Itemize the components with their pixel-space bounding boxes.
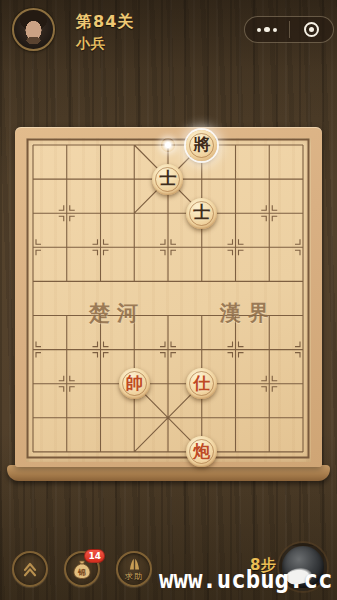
piece-char: 將: [193, 136, 210, 153]
more-button[interactable]: [245, 17, 289, 42]
level-title: 第84关: [76, 12, 134, 33]
piece-black-general[interactable]: 將: [186, 130, 217, 161]
piece-char: 士: [159, 170, 176, 187]
watermark: www.ucbug.cc: [159, 566, 332, 594]
piece-black-advisor[interactable]: 士: [186, 198, 217, 229]
wechat-capsule: [244, 16, 334, 43]
piece-char: 帥: [126, 375, 143, 392]
piece-red-cannon[interactable]: 炮: [186, 436, 217, 467]
close-minip-button[interactable]: [290, 17, 334, 42]
piece-char: 仕: [193, 375, 210, 392]
piece-char: 炮: [193, 443, 210, 460]
piece-red-advisor[interactable]: 仕: [186, 368, 217, 399]
move-origin-sparkle: [161, 138, 175, 152]
ask-help-button[interactable]: 求助: [116, 551, 152, 587]
collapse-menu-button[interactable]: [12, 551, 48, 587]
player-avatar[interactable]: [12, 8, 55, 51]
piece-black-advisor[interactable]: 士: [152, 164, 183, 195]
piece-red-general[interactable]: 帥: [119, 368, 150, 399]
praying-hands-icon: [126, 557, 143, 572]
help-label: 求助: [125, 571, 143, 582]
pieces-layer: 將士士帥仕炮: [16, 128, 320, 469]
svg-text:锦: 锦: [77, 567, 86, 577]
hint-count-badge: 14: [84, 549, 105, 563]
top-bar: 第84关 小兵: [0, 0, 337, 58]
piece-char: 士: [193, 204, 210, 221]
app-screen: 第84关 小兵 楚河 漢界 將士士帥仕炮: [0, 0, 337, 600]
chevron-up-icon: [20, 559, 40, 579]
more-dots-icon: [257, 27, 277, 33]
exit-circle-icon: [304, 22, 319, 37]
hint-bag-button[interactable]: 锦 14: [64, 551, 100, 587]
player-rank: 小兵: [76, 35, 106, 53]
